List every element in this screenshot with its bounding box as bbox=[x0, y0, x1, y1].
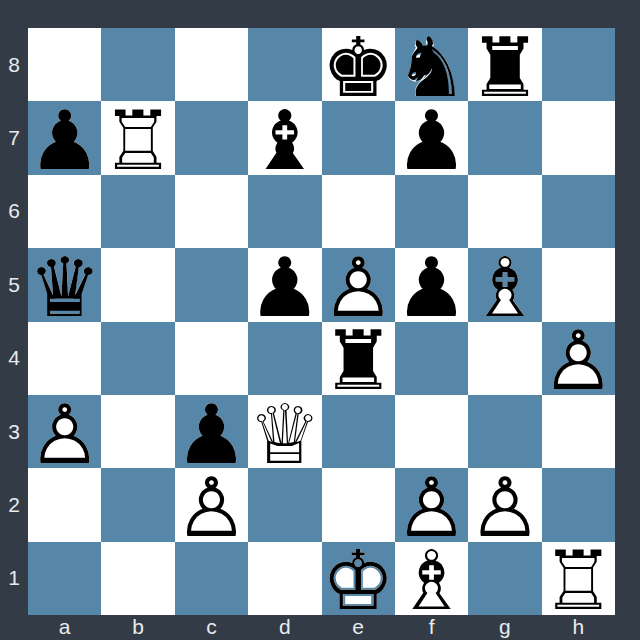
square-f1[interactable]: ♝♗ bbox=[395, 542, 468, 615]
square-b4[interactable] bbox=[101, 322, 174, 395]
square-f2[interactable]: ♟♙ bbox=[395, 468, 468, 541]
black-pawn-icon: ♟ bbox=[395, 100, 469, 182]
white-rook-icon: ♖ bbox=[101, 100, 175, 182]
white-queen-icon: ♕ bbox=[248, 394, 322, 476]
square-h5[interactable] bbox=[542, 248, 615, 321]
white-rook-icon: ♜ bbox=[101, 100, 175, 182]
white-pawn-icon: ♟ bbox=[28, 394, 102, 476]
square-b3[interactable] bbox=[101, 395, 174, 468]
black-knight-icon: ♘ bbox=[395, 27, 469, 109]
square-c2[interactable]: ♟♙ bbox=[175, 468, 248, 541]
white-king-icon: ♚ bbox=[321, 541, 395, 623]
file-label-h: h bbox=[542, 615, 615, 640]
square-g4[interactable] bbox=[468, 322, 541, 395]
piece-black-rook[interactable]: ♖♜ bbox=[468, 28, 541, 101]
square-g7[interactable] bbox=[468, 101, 541, 174]
chess-board-frame: 87654321 ♔♚♘♞♖♜♙♟♜♖♗♝♙♟♕♛♙♟♟♙♙♟♝♗♖♜♟♙♟♙♙… bbox=[0, 0, 640, 640]
black-pawn-icon: ♙ bbox=[248, 247, 322, 329]
rank-label-2: 2 bbox=[0, 468, 28, 541]
file-label-b: b bbox=[101, 615, 174, 640]
file-labels: abcdefgh bbox=[28, 615, 615, 640]
square-b5[interactable] bbox=[101, 248, 174, 321]
file-label-c: c bbox=[175, 615, 248, 640]
white-pawn-icon: ♙ bbox=[175, 467, 249, 549]
white-pawn-icon: ♟ bbox=[175, 467, 249, 549]
black-pawn-icon: ♟ bbox=[175, 394, 249, 476]
file-label-e: e bbox=[322, 615, 395, 640]
black-pawn-icon: ♙ bbox=[395, 100, 469, 182]
piece-black-pawn[interactable]: ♙♟ bbox=[175, 395, 248, 468]
rank-label-6: 6 bbox=[0, 175, 28, 248]
piece-black-pawn[interactable]: ♙♟ bbox=[395, 248, 468, 321]
square-f4[interactable] bbox=[395, 322, 468, 395]
black-rook-icon: ♜ bbox=[321, 320, 395, 402]
square-a4[interactable] bbox=[28, 322, 101, 395]
square-d2[interactable] bbox=[248, 468, 321, 541]
square-h3[interactable] bbox=[542, 395, 615, 468]
rank-label-7: 7 bbox=[0, 101, 28, 174]
square-c6[interactable] bbox=[175, 175, 248, 248]
white-queen-icon: ♛ bbox=[248, 394, 322, 476]
square-g6[interactable] bbox=[468, 175, 541, 248]
square-a3[interactable]: ♟♙ bbox=[28, 395, 101, 468]
white-pawn-icon: ♟ bbox=[395, 467, 469, 549]
white-pawn-icon: ♟ bbox=[542, 320, 616, 402]
rank-label-1: 1 bbox=[0, 542, 28, 615]
piece-white-pawn[interactable]: ♟♙ bbox=[542, 322, 615, 395]
file-label-f: f bbox=[395, 615, 468, 640]
square-d1[interactable] bbox=[248, 542, 321, 615]
rank-label-5: 5 bbox=[0, 248, 28, 321]
square-a1[interactable] bbox=[28, 542, 101, 615]
white-pawn-icon: ♙ bbox=[28, 394, 102, 476]
square-g5[interactable]: ♝♗ bbox=[468, 248, 541, 321]
square-h4[interactable]: ♟♙ bbox=[542, 322, 615, 395]
piece-white-rook[interactable]: ♜♖ bbox=[542, 542, 615, 615]
square-f5[interactable]: ♙♟ bbox=[395, 248, 468, 321]
square-c7[interactable] bbox=[175, 101, 248, 174]
white-pawn-icon: ♟ bbox=[321, 247, 395, 329]
white-bishop-icon: ♗ bbox=[468, 247, 542, 329]
square-d3[interactable]: ♛♕ bbox=[248, 395, 321, 468]
square-a2[interactable] bbox=[28, 468, 101, 541]
square-e6[interactable] bbox=[322, 175, 395, 248]
white-rook-icon: ♖ bbox=[542, 541, 616, 623]
square-f8[interactable]: ♘♞ bbox=[395, 28, 468, 101]
square-f3[interactable] bbox=[395, 395, 468, 468]
piece-black-rook[interactable]: ♖♜ bbox=[322, 322, 395, 395]
file-label-d: d bbox=[248, 615, 321, 640]
square-g3[interactable] bbox=[468, 395, 541, 468]
piece-black-knight[interactable]: ♘♞ bbox=[395, 28, 468, 101]
square-d7[interactable]: ♗♝ bbox=[248, 101, 321, 174]
white-pawn-icon: ♙ bbox=[321, 247, 395, 329]
black-bishop-icon: ♗ bbox=[248, 100, 322, 182]
square-d8[interactable] bbox=[248, 28, 321, 101]
square-b1[interactable] bbox=[101, 542, 174, 615]
black-knight-icon: ♞ bbox=[395, 27, 469, 109]
square-g1[interactable] bbox=[468, 542, 541, 615]
rank-label-8: 8 bbox=[0, 28, 28, 101]
square-f6[interactable] bbox=[395, 175, 468, 248]
square-e1[interactable]: ♚♔ bbox=[322, 542, 395, 615]
square-c1[interactable] bbox=[175, 542, 248, 615]
square-h7[interactable] bbox=[542, 101, 615, 174]
piece-white-rook[interactable]: ♜♖ bbox=[101, 101, 174, 174]
square-a8[interactable] bbox=[28, 28, 101, 101]
piece-black-bishop[interactable]: ♗♝ bbox=[248, 101, 321, 174]
square-g8[interactable]: ♖♜ bbox=[468, 28, 541, 101]
black-king-icon: ♚ bbox=[321, 27, 395, 109]
square-b8[interactable] bbox=[101, 28, 174, 101]
piece-white-pawn[interactable]: ♟♙ bbox=[468, 468, 541, 541]
black-rook-icon: ♖ bbox=[321, 320, 395, 402]
black-pawn-icon: ♟ bbox=[395, 247, 469, 329]
black-queen-icon: ♕ bbox=[28, 247, 102, 329]
piece-white-king[interactable]: ♚♔ bbox=[322, 542, 395, 615]
square-a7[interactable]: ♙♟ bbox=[28, 101, 101, 174]
piece-black-queen[interactable]: ♕♛ bbox=[28, 248, 101, 321]
piece-white-queen[interactable]: ♛♕ bbox=[248, 395, 321, 468]
rank-label-4: 4 bbox=[0, 322, 28, 395]
black-king-icon: ♔ bbox=[321, 27, 395, 109]
square-h6[interactable] bbox=[542, 175, 615, 248]
square-d5[interactable]: ♙♟ bbox=[248, 248, 321, 321]
square-d4[interactable] bbox=[248, 322, 321, 395]
black-pawn-icon: ♟ bbox=[28, 100, 102, 182]
square-c3[interactable]: ♙♟ bbox=[175, 395, 248, 468]
square-b7[interactable]: ♜♖ bbox=[101, 101, 174, 174]
piece-black-pawn[interactable]: ♙♟ bbox=[248, 248, 321, 321]
file-label-g: g bbox=[468, 615, 541, 640]
chess-board[interactable]: ♔♚♘♞♖♜♙♟♜♖♗♝♙♟♕♛♙♟♟♙♙♟♝♗♖♜♟♙♟♙♙♟♛♕♟♙♟♙♟♙… bbox=[28, 28, 615, 615]
square-e7[interactable] bbox=[322, 101, 395, 174]
piece-black-pawn[interactable]: ♙♟ bbox=[28, 101, 101, 174]
piece-white-bishop[interactable]: ♝♗ bbox=[468, 248, 541, 321]
piece-black-king[interactable]: ♔♚ bbox=[322, 28, 395, 101]
piece-black-pawn[interactable]: ♙♟ bbox=[395, 101, 468, 174]
black-bishop-icon: ♝ bbox=[248, 100, 322, 182]
square-a5[interactable]: ♕♛ bbox=[28, 248, 101, 321]
white-pawn-icon: ♙ bbox=[395, 467, 469, 549]
black-rook-icon: ♖ bbox=[468, 27, 542, 109]
white-bishop-icon: ♗ bbox=[395, 541, 469, 623]
square-a6[interactable] bbox=[28, 175, 101, 248]
black-rook-icon: ♜ bbox=[468, 27, 542, 109]
square-d6[interactable] bbox=[248, 175, 321, 248]
square-c5[interactable] bbox=[175, 248, 248, 321]
file-label-a: a bbox=[28, 615, 101, 640]
piece-white-pawn[interactable]: ♟♙ bbox=[28, 395, 101, 468]
rank-label-3: 3 bbox=[0, 395, 28, 468]
square-c4[interactable] bbox=[175, 322, 248, 395]
square-b6[interactable] bbox=[101, 175, 174, 248]
square-h8[interactable] bbox=[542, 28, 615, 101]
piece-white-bishop[interactable]: ♝♗ bbox=[395, 542, 468, 615]
black-pawn-icon: ♟ bbox=[248, 247, 322, 329]
piece-white-pawn[interactable]: ♟♙ bbox=[322, 248, 395, 321]
square-b2[interactable] bbox=[101, 468, 174, 541]
piece-white-pawn[interactable]: ♟♙ bbox=[175, 468, 248, 541]
black-pawn-icon: ♙ bbox=[28, 100, 102, 182]
square-c8[interactable] bbox=[175, 28, 248, 101]
square-e4[interactable]: ♖♜ bbox=[322, 322, 395, 395]
square-e8[interactable]: ♔♚ bbox=[322, 28, 395, 101]
square-h2[interactable] bbox=[542, 468, 615, 541]
square-h1[interactable]: ♜♖ bbox=[542, 542, 615, 615]
white-rook-icon: ♜ bbox=[542, 541, 616, 623]
white-bishop-icon: ♝ bbox=[395, 541, 469, 623]
black-pawn-icon: ♙ bbox=[175, 394, 249, 476]
black-pawn-icon: ♙ bbox=[395, 247, 469, 329]
white-pawn-icon: ♟ bbox=[468, 467, 542, 549]
square-e5[interactable]: ♟♙ bbox=[322, 248, 395, 321]
white-king-icon: ♔ bbox=[321, 541, 395, 623]
square-e3[interactable] bbox=[322, 395, 395, 468]
square-g2[interactable]: ♟♙ bbox=[468, 468, 541, 541]
black-queen-icon: ♛ bbox=[28, 247, 102, 329]
white-pawn-icon: ♙ bbox=[468, 467, 542, 549]
square-e2[interactable] bbox=[322, 468, 395, 541]
rank-labels: 87654321 bbox=[0, 28, 28, 615]
piece-white-pawn[interactable]: ♟♙ bbox=[395, 468, 468, 541]
white-bishop-icon: ♝ bbox=[468, 247, 542, 329]
white-pawn-icon: ♙ bbox=[542, 320, 616, 402]
square-f7[interactable]: ♙♟ bbox=[395, 101, 468, 174]
